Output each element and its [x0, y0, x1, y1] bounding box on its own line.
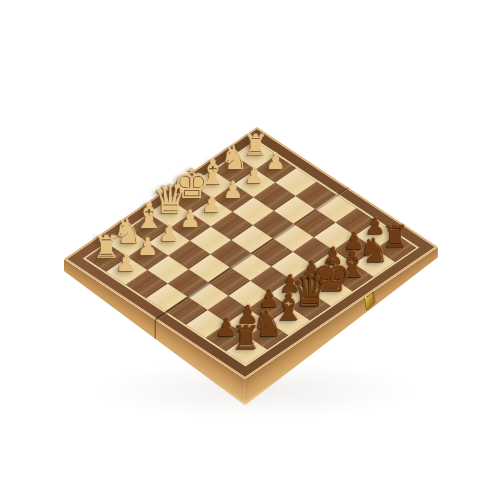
fold-seam-notch [154, 319, 156, 350]
product-photo-canvas: ♜♞♝♛♚♝♞♜♟♟♟♟♟♟♟♟♟♟♟♟♟♟♟♟♜♞♝♛♚♝♞♜ [0, 0, 500, 500]
white-pawn[interactable]: ♟ [180, 207, 201, 230]
white-pawn[interactable]: ♟ [201, 193, 222, 216]
white-pawn[interactable]: ♟ [158, 222, 179, 246]
black-rook[interactable]: ♜ [232, 322, 262, 355]
white-pawn[interactable]: ♟ [223, 179, 243, 202]
white-pawn[interactable]: ♟ [244, 164, 264, 187]
white-pawn[interactable]: ♟ [137, 236, 158, 260]
white-pawn[interactable]: ♟ [116, 250, 138, 274]
white-pawn[interactable]: ♟ [266, 150, 286, 172]
